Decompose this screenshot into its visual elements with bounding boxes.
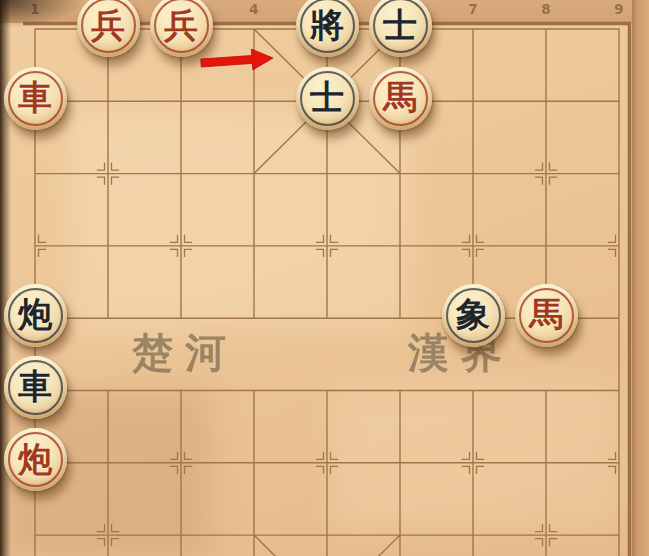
piece-black-cannon[interactable]: 炮	[4, 284, 67, 347]
piece-red-horse[interactable]: 馬	[515, 284, 578, 347]
xiangqi-board: 123456789 楚河 漢界 兵兵將士車士馬炮象馬車炮	[0, 0, 649, 556]
piece-glyph: 車	[18, 80, 52, 114]
file-label-8: 8	[535, 1, 557, 17]
file-label-1: 1	[24, 1, 46, 17]
piece-glyph: 兵	[164, 8, 198, 42]
piece-glyph: 車	[18, 369, 52, 403]
piece-red-chariot[interactable]: 車	[4, 67, 67, 130]
piece-glyph: 士	[383, 8, 417, 42]
river-label-left: 楚河	[132, 330, 238, 376]
piece-glyph: 士	[310, 80, 344, 114]
piece-red-cannon[interactable]: 炮	[4, 428, 67, 491]
piece-glyph: 炮	[18, 297, 52, 331]
piece-glyph: 象	[456, 297, 490, 331]
piece-glyph: 馬	[383, 80, 417, 114]
file-label-7: 7	[462, 1, 484, 17]
piece-black-chariot[interactable]: 車	[4, 356, 67, 419]
piece-glyph: 兵	[91, 8, 125, 42]
piece-black-elephant[interactable]: 象	[442, 284, 505, 347]
piece-glyph: 將	[310, 8, 344, 42]
piece-glyph: 炮	[18, 442, 52, 476]
piece-red-horse[interactable]: 馬	[369, 67, 432, 130]
file-label-9: 9	[608, 1, 630, 17]
file-label-4: 4	[243, 1, 265, 17]
piece-glyph: 馬	[529, 297, 563, 331]
piece-black-advisor[interactable]: 士	[296, 67, 359, 130]
